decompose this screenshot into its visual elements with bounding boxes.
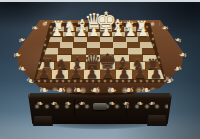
- piece-dark-pawn: ♟: [118, 66, 131, 80]
- piece-white-pawn: ♟: [88, 26, 99, 38]
- piece-dark-pawn: ♟: [86, 66, 99, 80]
- piece-dark-pawn: ♟: [150, 66, 163, 80]
- piece-white-pawn: ♟: [101, 26, 112, 38]
- photo-top-edge: [0, 0, 200, 2]
- piece-white-pawn: ♟: [64, 26, 75, 38]
- piece-white-pawn: ♟: [125, 26, 136, 38]
- photo: ♜♞♝♛♚♝♞♜♟♟♟♟♟♟♟♟♜♞♝♛♚♝♞♜♟♟♟♟♟♟♟♟ ❧❧❧❧❧❧❧…: [0, 0, 200, 139]
- piece-white-pawn: ♟: [138, 26, 149, 38]
- pieces-layer: ♜♞♝♛♚♝♞♜♟♟♟♟♟♟♟♟♜♞♝♛♚♝♞♜♟♟♟♟♟♟♟♟: [0, 0, 200, 139]
- piece-white-pawn: ♟: [113, 26, 124, 38]
- piece-dark-pawn: ♟: [102, 66, 115, 80]
- piece-dark-pawn: ♟: [54, 66, 67, 80]
- piece-dark-pawn: ♟: [134, 66, 147, 80]
- piece-dark-pawn: ♟: [38, 66, 51, 80]
- piece-white-pawn: ♟: [51, 26, 62, 38]
- piece-dark-pawn: ♟: [70, 66, 83, 80]
- piece-white-pawn: ♟: [76, 26, 87, 38]
